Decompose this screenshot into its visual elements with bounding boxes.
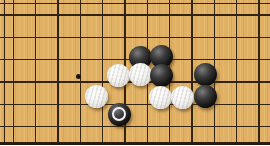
white-stone (129, 63, 152, 86)
grid-line-vertical (57, 0, 59, 142)
last-move-marker (112, 107, 126, 121)
white-stone (171, 86, 194, 109)
grid-line-horizontal (0, 126, 270, 128)
board-bottom-edge (0, 142, 270, 146)
grid-line-vertical (35, 0, 37, 142)
star-point (76, 74, 81, 79)
white-stone (107, 64, 130, 87)
grid-line-vertical (102, 0, 104, 142)
black-stone (194, 63, 217, 86)
black-stone (194, 85, 217, 108)
grid-line-vertical (191, 0, 193, 142)
grid-line-horizontal (0, 3, 270, 5)
black-stone (108, 103, 131, 126)
black-stone (150, 64, 173, 87)
grid-line-horizontal (0, 37, 270, 39)
grid-line-vertical (80, 0, 82, 142)
grid-line-vertical (258, 0, 260, 142)
white-stone (149, 86, 172, 109)
grid-line-vertical (13, 0, 15, 142)
grid-line-vertical (236, 0, 238, 142)
go-board[interactable] (0, 0, 270, 145)
grid-line-horizontal (0, 14, 270, 16)
grid-line-vertical (4, 0, 6, 142)
white-stone (85, 85, 108, 108)
grid-line-horizontal (0, 104, 270, 106)
